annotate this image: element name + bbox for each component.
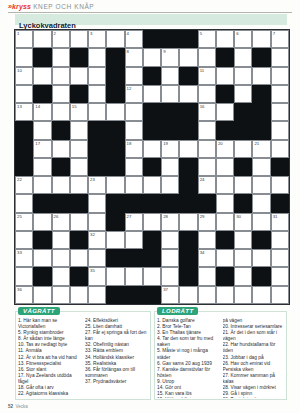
clue-number: 12 [127,86,132,91]
grid-cell-r2c4[interactable] [88,67,106,85]
grid-cell-r6c8[interactable]: 19 [161,140,179,158]
grid-cell-r13c5[interactable] [106,267,124,285]
black-cell-r7c0 [15,158,33,176]
clue-item: 19. Hjälper bilisten [157,397,220,398]
grid-cell-r4c10[interactable]: 16 [198,103,216,121]
black-cell-r11c9 [179,231,197,249]
black-cell-r14c6 [125,286,143,304]
clue-number: 17 [35,141,40,146]
black-cell-r7c5 [106,158,124,176]
black-cell-r5c7 [143,121,161,139]
black-cell-r2c5 [106,67,124,85]
grid-cell-r7c11[interactable] [216,158,234,176]
clue-item: 30. Tas i det gröna [223,397,286,398]
clue-item-number: 24. [85,318,93,323]
grid-cell-r10c4[interactable] [88,213,106,231]
grid-cell-r10c13[interactable] [252,213,270,231]
black-cell-r13c3 [70,267,88,285]
grid-cell-r0c14[interactable]: 7 [271,30,289,48]
grid-cell-r11c5[interactable] [106,231,124,249]
black-cell-r3c1 [33,85,51,103]
grid-cell-r14c1[interactable] [33,286,51,304]
clue-number: 30 [236,214,241,219]
black-cell-r12c5 [106,249,124,267]
clue-item-number: 11. [18,348,25,353]
clue-item-number: 1. [18,318,23,323]
black-cell-r7c7 [143,158,161,176]
grid-cell-r3c6[interactable]: 12 [125,85,143,103]
grid-cell-r2c6[interactable] [125,67,143,85]
clue-number: 34 [200,250,205,255]
black-cell-r1c3 [70,48,88,66]
down-clues-box: LODRÄTT 1. Danska golfare2. Bror Tele-Ta… [154,311,287,400]
grid-cell-r5c6[interactable] [125,121,143,139]
clue-item-number: 4. [157,336,162,341]
clue-item: 27. Kommer samman på kalas [223,373,286,385]
grid-cell-r11c14[interactable] [271,231,289,249]
grid-cell-r12c1[interactable] [33,249,51,267]
grid-cell-r14c12[interactable] [234,286,252,304]
grid-cell-r10c7[interactable] [143,213,161,231]
clue-number: 2 [54,31,56,36]
grid-cell-r0c13[interactable] [252,30,270,48]
grid-cell-r1c0[interactable] [15,48,33,66]
clue-item: 6. Gav sams 20 aug 1939 [157,361,220,367]
grid-cell-r7c8[interactable] [161,158,179,176]
clue-number: 4 [127,31,129,36]
grid-cell-r10c1[interactable] [33,213,51,231]
grid-cell-r4c6[interactable] [125,103,143,121]
clue-number: 8 [127,49,129,54]
clue-item-number: 32. [85,342,93,347]
page-number: 52 [8,404,13,409]
black-cell-r3c11 [216,85,234,103]
grid-cell-r10c12[interactable]: 30 [234,213,252,231]
grid-cell-r7c6[interactable] [125,158,143,176]
grid-cell-r1c9[interactable] [179,48,197,66]
grid-cell-r9c13[interactable] [252,194,270,212]
black-cell-r5c13 [252,121,270,139]
grid-cell-r4c11[interactable] [216,103,234,121]
grid-cell-r8c6[interactable] [125,176,143,194]
grid-cell-r14c4[interactable] [88,286,106,304]
clue-item: 37. Prydnadsväxter [85,379,149,385]
clue-item-number: 19. [157,397,165,398]
grid-cell-r0c12[interactable]: 6 [234,30,252,48]
grid-cell-r1c4[interactable] [88,48,106,66]
grid-cell-r3c8[interactable] [161,85,179,103]
black-cell-r9c8 [161,194,179,212]
grid-cell-r8c5[interactable] [106,176,124,194]
black-cell-r14c5 [106,286,124,304]
black-cell-r11c13 [252,231,270,249]
clue-number: 28 [163,214,168,219]
black-cell-r7c12 [234,158,252,176]
grid-cell-r12c10[interactable]: 34 [198,249,216,267]
black-cell-r13c13 [252,267,270,285]
grid-cell-r1c12[interactable] [234,48,252,66]
grid-cell-r11c0[interactable] [15,231,33,249]
grid-cell-r3c2[interactable] [52,85,70,103]
grid-cell-r4c0[interactable]: 13 [15,103,33,121]
grid-cell-r11c12[interactable] [234,231,252,249]
black-cell-r6c5 [106,140,124,158]
grid-cell-r10c8[interactable]: 28 [161,213,179,231]
clue-item-number: 20. [223,324,231,329]
grid-cell-r6c9[interactable] [179,140,197,158]
clue-item-number: 21. [223,330,231,335]
clue-number: 7 [273,31,275,36]
grid-cell-r2c8[interactable] [161,67,179,85]
clue-number: 36 [17,287,22,292]
black-cell-r1c5 [106,48,124,66]
grid-cell-r13c0[interactable] [15,267,33,285]
grid-cell-r0c10[interactable]: 5 [198,30,216,48]
clue-item-number: 8. [18,336,23,341]
clue-item-number: 22. [18,391,26,396]
grid-cell-r1c7[interactable] [143,48,161,66]
grid-cell-r9c0[interactable] [15,194,33,212]
black-cell-r11c7 [143,231,161,249]
clue-number: 31 [273,214,278,219]
grid-cell-r8c10[interactable]: 24 [198,176,216,194]
grid-cell-r14c11[interactable] [216,286,234,304]
down-label-badge: LODRÄTT [157,307,198,315]
clue-item-number: 10. [18,342,26,347]
grid-cell-r5c14[interactable] [271,121,289,139]
grid-cell-r6c12[interactable] [234,140,252,158]
grid-cell-r10c0[interactable]: 25 [15,213,33,231]
clue-number: 21 [254,141,259,146]
grid-cell-r10c11[interactable] [216,213,234,231]
grid-cell-r2c10[interactable]: 11 [198,67,216,85]
grid-cell-r10c2[interactable]: 26 [52,213,70,231]
grid-cell-r14c14[interactable] [271,286,289,304]
grid-cell-r4c14[interactable] [271,103,289,121]
page-footer: 52 Vecka [8,404,28,409]
grid-cell-r2c0[interactable]: 10 [15,67,33,85]
clue-item: 17. Nya Zeelands utdöda fågel [18,373,82,385]
grid-cell-r6c6[interactable]: 18 [125,140,143,158]
black-cell-r5c0 [15,121,33,139]
clue-item-number: 5. [18,330,23,335]
black-cell-r5c4 [88,121,106,139]
clue-number: 22 [17,177,22,182]
black-cell-r9c7 [143,194,161,212]
grid-cell-r7c10[interactable] [198,158,216,176]
black-cell-r0c8 [161,30,179,48]
grid-cell-r0c5[interactable] [106,30,124,48]
clue-item-number: 22. [223,342,231,347]
grid-cell-r2c2[interactable] [52,67,70,85]
black-cell-r9c2 [52,194,70,212]
grid-cell-r2c14[interactable] [271,67,289,85]
puzzle-title-banner: Lyckokvadraten [15,14,287,25]
grid-cell-r11c2[interactable] [52,231,70,249]
grid-cell-r13c6[interactable] [125,267,143,285]
grid-cell-r8c14[interactable] [271,176,289,194]
grid-cell-r1c6[interactable]: 8 [125,48,143,66]
black-cell-r7c9 [179,158,197,176]
grid-cell-r1c2[interactable] [52,48,70,66]
clue-item: 36. Får förlängas om till sommaren [85,367,149,379]
black-cell-r14c7 [143,286,161,304]
clue-item-number: 15. [157,391,165,396]
grid-cell-r12c12[interactable] [234,249,252,267]
grid-cell-r8c1[interactable] [33,176,51,194]
grid-cell-r6c13[interactable]: 21 [252,140,270,158]
grid-cell-r12c2[interactable] [52,249,70,267]
black-cell-r9c5 [106,194,124,212]
grid-cell-r12c8[interactable] [161,249,179,267]
grid-cell-r3c0[interactable] [15,85,33,103]
grid-cell-r13c14[interactable] [271,267,289,285]
grid-cell-r3c9[interactable] [179,85,197,103]
clue-number: 15 [72,104,77,109]
grid-cell-r6c1[interactable]: 17 [33,140,51,158]
clue-number: 19 [163,141,168,146]
grid-cell-r7c1[interactable] [33,158,51,176]
grid-cell-r14c9[interactable] [179,286,197,304]
grid-cell-r6c2[interactable] [52,140,70,158]
clue-item-number: 23. [223,355,231,360]
clue-item-number: 2. [157,324,162,329]
grid-cell-r14c2[interactable] [52,286,70,304]
grid-cell-r3c7[interactable] [143,85,161,103]
black-cell-r9c1 [33,194,51,212]
grid-cell-r5c3[interactable] [70,121,88,139]
grid-cell-r13c7[interactable] [143,267,161,285]
grid-cell-r1c8[interactable]: 9 [161,48,179,66]
grid-cell-r0c4[interactable]: 3 [88,30,106,48]
black-cell-r3c3 [70,85,88,103]
grid-cell-r11c4[interactable]: 32 [88,231,106,249]
across-clues-col1: 1. Här kan man se Victoriafallen5. Rynki… [18,318,82,398]
clue-item-number: 3. [157,330,162,335]
grid-cell-r8c8[interactable] [161,176,179,194]
clue-number: 33 [17,250,22,255]
grid-cell-r6c7[interactable] [143,140,161,158]
grid-cell-r0c3[interactable] [70,30,88,48]
clue-number: 16 [200,104,205,109]
clue-item-number: 13. [18,361,26,366]
clue-item: 4. Tar den som tar fru med saken [157,336,220,348]
grid-cell-r0c11[interactable] [216,30,234,48]
grid-cell-r12c13[interactable] [252,249,270,267]
grid-cell-r12c0[interactable]: 33 [15,249,33,267]
grid-cell-r11c10[interactable] [198,231,216,249]
grid-cell-r13c8[interactable] [161,267,179,285]
grid-cell-r3c4[interactable] [88,85,106,103]
grid-cell-r0c2[interactable]: 2 [52,30,70,48]
grid-cell-r8c12[interactable] [234,176,252,194]
black-cell-r4c8 [161,103,179,121]
black-cell-r12c7 [143,249,161,267]
grid-cell-r4c5[interactable] [106,103,124,121]
grid-cell-r4c1[interactable]: 14 [33,103,51,121]
grid-cell-r4c3[interactable]: 15 [70,103,88,121]
grid-cell-r12c14[interactable] [271,249,289,267]
black-cell-r5c2 [52,121,70,139]
clue-item: 7. Kanske damstövlar för hösten [157,367,220,379]
black-cell-r4c7 [143,103,161,121]
black-cell-r4c9 [179,103,197,121]
grid-cell-r14c10[interactable] [198,286,216,304]
clue-number: 18 [127,141,132,146]
grid-cell-r6c10[interactable] [198,140,216,158]
black-cell-r2c7 [143,67,161,85]
grid-cell-r14c13[interactable] [252,286,270,304]
clue-number: 23 [90,177,95,182]
magazine-masthead: »kryss KNEP OCH KNÅP [8,3,292,13]
grid-cell-r6c3[interactable] [70,140,88,158]
black-cell-r5c8 [161,121,179,139]
grid-cell-r2c1[interactable] [33,67,51,85]
grid-cell-r8c13[interactable] [252,176,270,194]
black-cell-r3c13 [252,85,270,103]
black-cell-r13c9 [179,267,197,285]
crossword-grid: 1234567891011121314151617181920212223242… [14,29,290,305]
clue-number: 20 [218,141,223,146]
black-cell-r7c14 [271,158,289,176]
clue-number: 27 [127,214,132,219]
clue-number: 35 [90,268,95,273]
black-cell-r7c4 [88,158,106,176]
grid-cell-r3c12[interactable] [234,85,252,103]
clue-item-number: 35. [85,361,93,366]
grid-cell-r4c2[interactable] [52,103,70,121]
grid-cell-r10c10[interactable]: 29 [198,213,216,231]
grid-cell-r10c6[interactable]: 27 [125,213,143,231]
black-cell-r12c9 [179,249,197,267]
clue-number: 14 [35,104,40,109]
black-cell-r9c12 [234,194,252,212]
grid-cell-r5c10[interactable] [198,121,216,139]
black-cell-r11c3 [70,231,88,249]
black-cell-r11c1 [33,231,51,249]
grid-cell-r8c2[interactable] [52,176,70,194]
black-cell-r4c12 [234,103,252,121]
black-cell-r4c13 [252,103,270,121]
grid-cell-r0c1[interactable] [33,30,51,48]
clue-item: 1. Här kan man se Victoriafallen [18,318,82,330]
grid-cell-r6c11[interactable]: 20 [216,140,234,158]
clue-item-number: 17. [18,373,26,378]
black-cell-r6c0 [15,140,33,158]
black-cell-r8c9 [179,176,197,194]
clue-item-number: 27. [85,330,93,335]
black-cell-r12c6 [125,249,143,267]
clue-item-number: 28. [223,385,231,390]
grid-cell-r6c14[interactable] [271,140,289,158]
grid-cell-r2c3[interactable] [70,67,88,85]
grid-cell-r13c4[interactable]: 35 [88,267,106,285]
across-label-badge: VÅGRÄTT [18,307,60,315]
clue-item-number: 29. [223,391,231,396]
grid-cell-r10c14[interactable]: 31 [271,213,289,231]
clue-number: 32 [90,232,95,237]
grid-cell-r3c14[interactable] [271,85,289,103]
grid-cell-r13c12[interactable] [234,267,252,285]
down-clues-col2: på vägen20. Intresserar seriesamlare21. … [223,318,286,398]
clue-item-number: 26. [223,361,231,366]
clue-item: 22. Har hundstallarna för tiden [223,342,286,354]
grid-cell-r12c4[interactable] [88,249,106,267]
grid-cell-r14c8[interactable]: 37 [161,286,179,304]
black-cell-r1c13 [252,48,270,66]
black-cell-r3c5 [106,85,124,103]
grid-cell-r2c11[interactable] [216,67,234,85]
clue-item-number: 12. [18,355,26,360]
grid-cell-r14c3[interactable] [70,286,88,304]
grid-cell-r12c3[interactable] [70,249,88,267]
clue-item-number: 1. [157,318,162,323]
grid-cell-r2c12[interactable] [234,67,252,85]
grid-cell-r11c8[interactable] [161,231,179,249]
black-cell-r13c11 [216,267,234,285]
grid-cell-r5c1[interactable] [33,121,51,139]
grid-cell-r9c4[interactable] [88,194,106,212]
grid-cell-r13c2[interactable] [52,267,70,285]
clue-item: 26. Hav och emirat vid Persiska viken [223,361,286,373]
grid-cell-r0c6[interactable]: 4 [125,30,143,48]
clue-number: 10 [17,68,22,73]
grid-cell-r10c3[interactable] [70,213,88,231]
grid-cell-r8c7[interactable] [143,176,161,194]
across-clues-box: VÅGRÄTT 1. Här kan man se Victoriafallen… [15,311,151,400]
grid-cell-r13c10[interactable] [198,267,216,285]
grid-cell-r1c10[interactable] [198,48,216,66]
clue-number: 25 [17,214,22,219]
clue-item: 5. Måste vi nog i många städer [157,348,220,360]
clue-item: 27. Får ej springa så fort den kan [85,330,149,342]
grid-cell-r11c6[interactable] [125,231,143,249]
black-cell-r5c11 [216,121,234,139]
brand-logo: kryss [12,3,31,10]
grid-cell-r1c14[interactable] [271,48,289,66]
clue-item-number: 34. [85,355,93,360]
grid-cell-r10c9[interactable] [179,213,197,231]
grid-cell-r8c0[interactable]: 22 [15,176,33,194]
grid-cell-r7c3[interactable] [70,158,88,176]
grid-cell-r8c4[interactable]: 23 [88,176,106,194]
black-cell-r13c1 [33,267,51,285]
grid-cell-r4c4[interactable] [88,103,106,121]
grid-cell-r12c11[interactable] [216,249,234,267]
clue-item-number: 30. [223,397,231,398]
grid-cell-r0c0[interactable]: 1 [15,30,33,48]
clue-item-number: 36. [85,367,93,372]
black-cell-r1c1 [33,48,51,66]
across-clues-col2: 24. Effektsökeri25. Liten damhatt27. Får… [85,318,149,398]
grid-cell-r3c10[interactable] [198,85,216,103]
grid-cell-r9c11[interactable] [216,194,234,212]
grid-cell-r2c13[interactable] [252,67,270,85]
black-cell-r10c5 [106,213,124,231]
clue-number: 37 [163,287,168,292]
clue-number: 5 [200,31,202,36]
black-cell-r9c14 [271,194,289,212]
clue-number: 11 [200,68,204,73]
black-cell-r6c4 [88,140,106,158]
black-cell-r5c9 [179,121,197,139]
grid-cell-r7c13[interactable] [252,158,270,176]
grid-cell-r8c11[interactable] [216,176,234,194]
grid-cell-r14c0[interactable]: 36 [15,286,33,304]
grid-cell-r8c3[interactable] [70,176,88,194]
black-cell-r2c9 [179,67,197,85]
black-cell-r9c10 [198,194,216,212]
